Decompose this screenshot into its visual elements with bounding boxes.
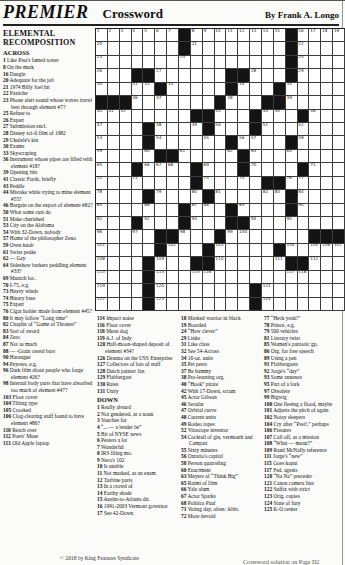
grid-cell[interactable] (132, 110, 144, 123)
grid-cell[interactable]: 7 (167, 29, 179, 42)
grid-cell[interactable] (321, 150, 333, 163)
grid-cell[interactable] (298, 230, 310, 243)
grid-cell[interactable] (108, 298, 120, 311)
grid-cell[interactable] (321, 217, 333, 230)
grid-cell[interactable] (167, 190, 179, 203)
grid-cell[interactable] (238, 257, 250, 270)
grid-cell[interactable]: 94 (250, 217, 262, 230)
grid-cell[interactable] (143, 42, 155, 55)
grid-cell[interactable] (333, 204, 345, 217)
grid-cell[interactable]: 55 (203, 136, 215, 149)
grid-cell[interactable] (333, 136, 345, 149)
grid-cell[interactable]: 95 (286, 217, 298, 230)
grid-cell[interactable] (333, 69, 345, 82)
grid-cell[interactable] (309, 271, 321, 284)
grid-cell[interactable] (191, 230, 203, 243)
grid-cell[interactable]: 33 (167, 83, 179, 96)
grid-cell[interactable] (167, 298, 179, 311)
grid-cell[interactable] (274, 204, 286, 217)
grid-cell[interactable] (274, 136, 286, 149)
grid-cell[interactable] (333, 110, 345, 123)
grid-cell[interactable] (179, 110, 191, 123)
grid-cell[interactable] (132, 244, 144, 257)
grid-cell[interactable] (298, 217, 310, 230)
grid-cell[interactable] (215, 298, 227, 311)
grid-cell[interactable]: 38 (226, 96, 238, 109)
grid-cell[interactable] (262, 83, 274, 96)
grid-cell[interactable] (250, 271, 262, 284)
grid-cell[interactable]: 99 (226, 230, 238, 243)
grid-cell[interactable]: 32 (143, 83, 155, 96)
grid-cell[interactable] (155, 110, 167, 123)
grid-cell[interactable] (321, 56, 333, 69)
grid-cell[interactable] (203, 83, 215, 96)
grid-cell[interactable]: 79 (155, 190, 167, 203)
grid-cell[interactable] (309, 83, 321, 96)
grid-cell[interactable]: 12 (238, 29, 250, 42)
grid-cell[interactable] (179, 298, 191, 311)
grid-cell[interactable] (120, 190, 132, 203)
grid-cell[interactable]: 15 (274, 29, 286, 42)
grid-cell[interactable]: 116 (203, 271, 215, 284)
grid-cell[interactable] (203, 56, 215, 69)
grid-cell[interactable]: 122 (96, 298, 108, 311)
grid-cell[interactable] (309, 190, 321, 203)
grid-cell[interactable] (333, 217, 345, 230)
grid-cell[interactable] (108, 42, 120, 55)
grid-cell[interactable] (215, 271, 227, 284)
grid-cell[interactable] (215, 69, 227, 82)
grid-cell[interactable] (333, 190, 345, 203)
grid-cell[interactable] (203, 96, 215, 109)
grid-cell[interactable] (108, 163, 120, 176)
grid-cell[interactable] (132, 42, 144, 55)
grid-cell[interactable] (132, 150, 144, 163)
grid-cell[interactable] (309, 56, 321, 69)
grid-cell[interactable] (167, 284, 179, 297)
grid-cell[interactable] (250, 96, 262, 109)
grid-cell[interactable] (191, 96, 203, 109)
grid-cell[interactable] (132, 284, 144, 297)
grid-cell[interactable]: 64 (286, 150, 298, 163)
grid-cell[interactable] (333, 271, 345, 284)
grid-cell[interactable] (298, 83, 310, 96)
grid-cell[interactable] (179, 257, 191, 270)
grid-cell[interactable] (179, 163, 191, 176)
grid-cell[interactable] (203, 230, 215, 243)
grid-cell[interactable] (262, 217, 274, 230)
grid-cell[interactable] (108, 150, 120, 163)
grid-cell[interactable]: 6 (155, 29, 167, 42)
grid-cell[interactable] (298, 150, 310, 163)
grid-cell[interactable] (108, 83, 120, 96)
grid-cell[interactable]: 9 (203, 29, 215, 42)
grid-cell[interactable]: 58 (298, 136, 310, 149)
grid-cell[interactable] (333, 42, 345, 55)
grid-cell[interactable] (274, 230, 286, 243)
grid-cell[interactable] (143, 110, 155, 123)
grid-cell[interactable] (155, 204, 167, 217)
grid-cell[interactable]: 30 (96, 83, 108, 96)
grid-cell[interactable] (191, 244, 203, 257)
grid-cell[interactable]: 106 (321, 244, 333, 257)
grid-cell[interactable] (120, 163, 132, 176)
grid-cell[interactable] (321, 163, 333, 176)
grid-cell[interactable] (108, 244, 120, 257)
grid-cell[interactable] (333, 150, 345, 163)
grid-cell[interactable]: 3 (120, 29, 132, 42)
grid-cell[interactable] (108, 204, 120, 217)
grid-cell[interactable]: 56 (238, 136, 250, 149)
grid-cell[interactable]: 14 (262, 29, 274, 42)
grid-cell[interactable] (262, 163, 274, 176)
grid-cell[interactable] (298, 244, 310, 257)
grid-cell[interactable] (274, 217, 286, 230)
grid-cell[interactable] (120, 123, 132, 136)
grid-cell[interactable] (215, 83, 227, 96)
grid-cell[interactable] (226, 284, 238, 297)
grid-cell[interactable] (321, 42, 333, 55)
grid-cell[interactable]: 36 (132, 96, 144, 109)
grid-cell[interactable] (333, 123, 345, 136)
grid-cell[interactable]: 44 (262, 110, 274, 123)
grid-cell[interactable] (262, 69, 274, 82)
grid-cell[interactable] (238, 96, 250, 109)
grid-cell[interactable] (333, 257, 345, 270)
grid-cell[interactable] (191, 56, 203, 69)
grid-cell[interactable] (226, 56, 238, 69)
grid-cell[interactable]: 19 (333, 29, 345, 42)
grid-cell[interactable] (179, 177, 191, 190)
grid-cell[interactable] (108, 123, 120, 136)
grid-cell[interactable] (286, 123, 298, 136)
grid-cell[interactable] (191, 150, 203, 163)
grid-cell[interactable]: 51 (262, 123, 274, 136)
grid-cell[interactable] (321, 177, 333, 190)
grid-cell[interactable] (226, 271, 238, 284)
grid-cell[interactable] (250, 190, 262, 203)
grid-cell[interactable] (333, 298, 345, 311)
grid-cell[interactable] (309, 298, 321, 311)
grid-cell[interactable] (179, 69, 191, 82)
grid-cell[interactable]: 115 (191, 271, 203, 284)
grid-cell[interactable]: 11 (226, 29, 238, 42)
grid-cell[interactable] (191, 69, 203, 82)
grid-cell[interactable] (167, 271, 179, 284)
grid-cell[interactable] (298, 298, 310, 311)
grid-cell[interactable] (274, 69, 286, 82)
grid-cell[interactable] (108, 56, 120, 69)
grid-cell[interactable]: 98 (179, 230, 191, 243)
grid-cell[interactable] (132, 271, 144, 284)
grid-cell[interactable]: 37 (155, 96, 167, 109)
grid-cell[interactable] (132, 298, 144, 311)
grid-cell[interactable] (179, 83, 191, 96)
grid-cell[interactable] (203, 42, 215, 55)
grid-cell[interactable]: 39 (286, 96, 298, 109)
grid-cell[interactable] (321, 69, 333, 82)
grid-cell[interactable] (226, 123, 238, 136)
grid-cell[interactable]: 75 (238, 177, 250, 190)
grid-cell[interactable] (321, 123, 333, 136)
grid-cell[interactable]: 49 (191, 123, 203, 136)
grid-cell[interactable] (108, 69, 120, 82)
grid-cell[interactable] (120, 42, 132, 55)
grid-cell[interactable] (333, 177, 345, 190)
grid-cell[interactable] (309, 204, 321, 217)
grid-cell[interactable] (143, 56, 155, 69)
grid-cell[interactable]: 83 (274, 190, 286, 203)
grid-cell[interactable]: 13 (250, 29, 262, 42)
grid-cell[interactable] (167, 123, 179, 136)
grid-cell[interactable]: 70 (250, 163, 262, 176)
grid-cell[interactable] (274, 298, 286, 311)
grid-cell[interactable] (108, 136, 120, 149)
grid-cell[interactable] (108, 271, 120, 284)
grid-cell[interactable]: 73 (132, 177, 144, 190)
grid-cell[interactable]: 112 (309, 257, 321, 270)
grid-cell[interactable] (179, 271, 191, 284)
grid-cell[interactable] (321, 257, 333, 270)
grid-cell[interactable]: 41 (108, 110, 120, 123)
grid-cell[interactable] (250, 42, 262, 55)
grid-cell[interactable]: 21 (191, 42, 203, 55)
grid-cell[interactable]: 118 (298, 271, 310, 284)
grid-cell[interactable] (286, 284, 298, 297)
grid-cell[interactable] (226, 163, 238, 176)
grid-cell[interactable]: 67 (155, 163, 167, 176)
grid-cell[interactable]: 43 (215, 110, 227, 123)
grid-cell[interactable] (108, 177, 120, 190)
grid-cell[interactable]: 34 (238, 83, 250, 96)
grid-cell[interactable]: 117 (286, 271, 298, 284)
grid-cell[interactable] (143, 96, 155, 109)
grid-cell[interactable]: 89 (238, 204, 250, 217)
grid-cell[interactable] (108, 230, 120, 243)
grid-cell[interactable] (120, 244, 132, 257)
grid-cell[interactable] (309, 284, 321, 297)
grid-cell[interactable]: 104 (286, 244, 298, 257)
grid-cell[interactable] (262, 230, 274, 243)
grid-cell[interactable] (309, 123, 321, 136)
grid-cell[interactable] (215, 204, 227, 217)
grid-cell[interactable]: 102 (167, 244, 179, 257)
grid-cell[interactable]: 82 (262, 190, 274, 203)
grid-cell[interactable] (120, 150, 132, 163)
grid-cell[interactable] (108, 190, 120, 203)
grid-cell[interactable] (132, 204, 144, 217)
grid-cell[interactable] (215, 217, 227, 230)
grid-cell[interactable] (120, 204, 132, 217)
grid-cell[interactable]: 29 (298, 69, 310, 82)
grid-cell[interactable] (203, 284, 215, 297)
grid-cell[interactable] (250, 244, 262, 257)
grid-cell[interactable] (143, 177, 155, 190)
grid-cell[interactable] (309, 177, 321, 190)
grid-cell[interactable]: 24 (179, 56, 191, 69)
grid-cell[interactable]: 81 (215, 190, 227, 203)
grid-cell[interactable]: 68 (167, 163, 179, 176)
grid-cell[interactable] (108, 284, 120, 297)
grid-cell[interactable] (226, 177, 238, 190)
grid-cell[interactable]: 124 (262, 298, 274, 311)
grid-cell[interactable] (167, 96, 179, 109)
grid-cell[interactable] (333, 83, 345, 96)
grid-cell[interactable] (215, 42, 227, 55)
grid-cell[interactable]: 42 (120, 110, 132, 123)
grid-cell[interactable] (155, 217, 167, 230)
grid-cell[interactable] (309, 42, 321, 55)
grid-cell[interactable] (250, 257, 262, 270)
grid-cell[interactable] (226, 298, 238, 311)
grid-cell[interactable] (274, 123, 286, 136)
grid-cell[interactable]: 4 (132, 29, 144, 42)
grid-cell[interactable]: 100 (238, 230, 250, 243)
grid-cell[interactable] (274, 150, 286, 163)
grid-cell[interactable] (191, 284, 203, 297)
grid-cell[interactable] (215, 284, 227, 297)
grid-cell[interactable] (250, 83, 262, 96)
grid-cell[interactable] (167, 177, 179, 190)
grid-cell[interactable] (226, 244, 238, 257)
grid-cell[interactable] (132, 136, 144, 149)
grid-cell[interactable] (238, 110, 250, 123)
grid-cell[interactable] (179, 96, 191, 109)
grid-cell[interactable] (167, 257, 179, 270)
grid-cell[interactable]: 88 (203, 204, 215, 217)
grid-cell[interactable] (120, 284, 132, 297)
grid-cell[interactable]: 50 (215, 123, 227, 136)
grid-cell[interactable] (108, 257, 120, 270)
grid-cell[interactable] (226, 42, 238, 55)
grid-cell[interactable] (167, 204, 179, 217)
grid-cell[interactable] (179, 244, 191, 257)
grid-cell[interactable]: 110 (215, 257, 227, 270)
grid-cell[interactable] (262, 257, 274, 270)
grid-cell[interactable]: 27 (155, 69, 167, 82)
grid-cell[interactable]: 18 (321, 29, 333, 42)
grid-cell[interactable] (167, 42, 179, 55)
grid-cell[interactable] (238, 244, 250, 257)
grid-cell[interactable] (262, 56, 274, 69)
grid-cell[interactable] (179, 284, 191, 297)
grid-cell[interactable] (238, 56, 250, 69)
grid-cell[interactable] (215, 150, 227, 163)
grid-cell[interactable] (167, 136, 179, 149)
grid-cell[interactable] (274, 163, 286, 176)
grid-cell[interactable]: 97 (132, 230, 144, 243)
grid-cell[interactable]: 85 (96, 204, 108, 217)
grid-cell[interactable]: 17 (309, 29, 321, 42)
grid-cell[interactable] (120, 298, 132, 311)
grid-cell[interactable] (298, 96, 310, 109)
grid-cell[interactable]: 62 (226, 150, 238, 163)
grid-cell[interactable] (309, 217, 321, 230)
grid-cell[interactable] (238, 284, 250, 297)
grid-cell[interactable] (120, 177, 132, 190)
grid-cell[interactable] (215, 136, 227, 149)
grid-cell[interactable] (321, 204, 333, 217)
grid-cell[interactable] (226, 257, 238, 270)
grid-cell[interactable] (191, 83, 203, 96)
grid-cell[interactable] (143, 244, 155, 257)
grid-cell[interactable] (298, 284, 310, 297)
grid-cell[interactable] (132, 123, 144, 136)
grid-cell[interactable] (333, 56, 345, 69)
grid-cell[interactable]: 90 (298, 204, 310, 217)
grid-cell[interactable] (132, 257, 144, 270)
grid-cell[interactable] (274, 284, 286, 297)
grid-cell[interactable] (203, 298, 215, 311)
grid-cell[interactable]: 92 (143, 217, 155, 230)
crossword-grid[interactable]: 1234567891011121314151617181920212223242… (95, 28, 345, 311)
grid-cell[interactable]: 10 (215, 29, 227, 42)
grid-cell[interactable]: 74 (203, 177, 215, 190)
grid-cell[interactable] (120, 257, 132, 270)
grid-cell[interactable] (321, 190, 333, 203)
grid-cell[interactable]: 28 (250, 69, 262, 82)
grid-cell[interactable] (274, 56, 286, 69)
grid-cell[interactable] (333, 163, 345, 176)
grid-cell[interactable] (333, 96, 345, 109)
grid-cell[interactable]: 5 (143, 29, 155, 42)
grid-cell[interactable] (274, 42, 286, 55)
grid-cell[interactable] (191, 298, 203, 311)
grid-cell[interactable]: 46 (309, 110, 321, 123)
grid-cell[interactable] (203, 217, 215, 230)
grid-cell[interactable] (179, 123, 191, 136)
grid-cell[interactable] (191, 136, 203, 149)
grid-cell[interactable] (321, 110, 333, 123)
grid-cell[interactable] (167, 217, 179, 230)
grid-cell[interactable] (262, 150, 274, 163)
grid-cell[interactable] (108, 217, 120, 230)
grid-cell[interactable] (262, 136, 274, 149)
grid-cell[interactable] (155, 42, 167, 55)
grid-cell[interactable] (321, 136, 333, 149)
grid-cell[interactable] (120, 83, 132, 96)
grid-cell[interactable] (286, 110, 298, 123)
grid-cell[interactable] (321, 271, 333, 284)
grid-cell[interactable] (309, 69, 321, 82)
grid-cell[interactable] (250, 177, 262, 190)
grid-cell[interactable] (309, 136, 321, 149)
grid-cell[interactable] (203, 69, 215, 82)
grid-cell[interactable]: 45 (274, 110, 286, 123)
grid-cell[interactable] (250, 204, 262, 217)
grid-cell[interactable] (321, 284, 333, 297)
grid-cell[interactable]: 71 (309, 163, 321, 176)
grid-cell[interactable]: 87 (191, 204, 203, 217)
grid-cell[interactable] (262, 204, 274, 217)
grid-cell[interactable] (262, 42, 274, 55)
grid-cell[interactable] (321, 83, 333, 96)
grid-cell[interactable] (321, 298, 333, 311)
grid-cell[interactable]: 123 (155, 298, 167, 311)
grid-cell[interactable]: 54 (155, 136, 167, 149)
grid-cell[interactable]: 76 (286, 177, 298, 190)
grid-cell[interactable] (262, 244, 274, 257)
grid-cell[interactable] (286, 298, 298, 311)
grid-cell[interactable] (143, 230, 155, 243)
grid-cell[interactable] (120, 136, 132, 149)
grid-cell[interactable]: 66 (143, 163, 155, 176)
grid-cell[interactable]: 86 (143, 204, 155, 217)
grid-cell[interactable] (238, 42, 250, 55)
grid-cell[interactable] (226, 190, 238, 203)
grid-cell[interactable] (274, 271, 286, 284)
grid-cell[interactable]: 2 (108, 29, 120, 42)
